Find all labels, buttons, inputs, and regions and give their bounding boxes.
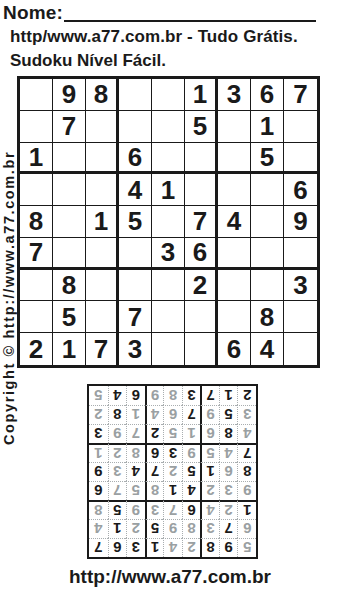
puzzle-empty-cell-r8c1[interactable] [20, 301, 53, 333]
solution-cell-r8c2: 5 [219, 405, 238, 424]
puzzle-empty-cell-r3c3[interactable] [86, 143, 119, 175]
puzzle-given-cell-r4c4: 4 [119, 174, 152, 206]
puzzle-given-cell-r9c7: 6 [218, 333, 251, 365]
solution-cell-r5c9: 9 [89, 462, 108, 481]
puzzle-empty-cell-r8c6[interactable] [185, 301, 218, 333]
puzzle-given-cell-r7c2: 8 [53, 270, 86, 302]
solution-cell-r1c8: 6 [108, 538, 127, 557]
solution-cell-r1c1: 5 [237, 538, 256, 557]
puzzle-empty-cell-r7c5[interactable] [152, 270, 185, 302]
puzzle-given-cell-r5c9: 9 [284, 206, 317, 238]
solution-cell-r1c4: 2 [182, 538, 201, 557]
solution-cell-r8c5: 6 [163, 405, 182, 424]
puzzle-empty-cell-r1c1[interactable] [20, 79, 53, 111]
solution-cell-r2c6: 5 [145, 519, 164, 538]
puzzle-empty-cell-r9c5[interactable] [152, 333, 185, 365]
solution-cell-r6c5: 3 [163, 443, 182, 462]
solution-cell-r9c6: 9 [145, 386, 164, 405]
puzzle-empty-cell-r1c5[interactable] [152, 79, 185, 111]
name-label: Nome: [3, 2, 63, 24]
puzzle-empty-cell-r4c8[interactable] [251, 174, 284, 206]
solution-cell-r7c7: 7 [126, 424, 145, 443]
puzzle-empty-cell-r3c7[interactable] [218, 143, 251, 175]
puzzle-empty-cell-r7c4[interactable] [119, 270, 152, 302]
solution-cell-r2c5: 9 [163, 519, 182, 538]
puzzle-empty-cell-r9c9[interactable] [284, 333, 317, 365]
solution-cell-r6c4: 9 [182, 443, 201, 462]
puzzle-empty-cell-r2c1[interactable] [20, 111, 53, 143]
solution-cell-r7c2: 8 [219, 424, 238, 443]
solution-cell-r9c2: 1 [219, 386, 238, 405]
solution-cell-r9c3: 7 [200, 386, 219, 405]
solution-cell-r4c1: 9 [237, 481, 256, 500]
puzzle-given-cell-r5c3: 1 [86, 206, 119, 238]
solution-cell-r8c8: 8 [108, 405, 127, 424]
puzzle-given-cell-r5c4: 5 [119, 206, 152, 238]
solution-cell-r6c7: 8 [126, 443, 145, 462]
solution-cell-r6c2: 4 [219, 443, 238, 462]
solution-cell-r2c8: 1 [108, 519, 127, 538]
puzzle-empty-cell-r9c6[interactable] [185, 333, 218, 365]
puzzle-given-cell-r3c1: 1 [20, 143, 53, 175]
puzzle-given-cell-r9c1: 2 [20, 333, 53, 365]
name-fill-in-line [64, 1, 316, 22]
solution-cell-r9c4: 3 [182, 386, 201, 405]
puzzle-empty-cell-r5c5[interactable] [152, 206, 185, 238]
puzzle-given-cell-r1c9: 7 [284, 79, 317, 111]
solution-cell-r3c2: 2 [219, 500, 238, 519]
puzzle-empty-cell-r7c1[interactable] [20, 270, 53, 302]
site-title: http/www.a77.com.br - Tudo Grátis. [10, 27, 298, 47]
puzzle-empty-cell-r3c5[interactable] [152, 143, 185, 175]
solution-cell-r7c1: 4 [237, 424, 256, 443]
puzzle-given-cell-r8c8: 8 [251, 301, 284, 333]
solution-cell-r5c2: 6 [219, 462, 238, 481]
solution-cell-r6c8: 2 [108, 443, 127, 462]
puzzle-empty-cell-r2c9[interactable] [284, 111, 317, 143]
solution-cell-r8c7: 1 [126, 405, 145, 424]
puzzle-empty-cell-r6c4[interactable] [119, 238, 152, 270]
puzzle-given-cell-r1c2: 9 [53, 79, 86, 111]
solution-cell-r4c2: 3 [219, 481, 238, 500]
puzzle-given-cell-r2c6: 5 [185, 111, 218, 143]
puzzle-given-cell-r1c8: 6 [251, 79, 284, 111]
solution-cell-r8c3: 9 [200, 405, 219, 424]
solution-cell-r3c1: 1 [237, 500, 256, 519]
solution-cell-r5c6: 7 [145, 462, 164, 481]
puzzle-given-cell-r2c2: 7 [53, 111, 86, 143]
puzzle-empty-cell-r8c7[interactable] [218, 301, 251, 333]
solution-cell-r8c9: 2 [89, 405, 108, 424]
puzzle-empty-cell-r4c1[interactable] [20, 174, 53, 206]
solution-cell-r9c1: 2 [237, 386, 256, 405]
solution-cell-r9c8: 4 [108, 386, 127, 405]
solution-cell-r1c2: 9 [219, 538, 238, 557]
puzzle-given-cell-r7c6: 2 [185, 270, 218, 302]
puzzle-given-cell-r3c8: 5 [251, 143, 284, 175]
puzzle-given-cell-r1c7: 3 [218, 79, 251, 111]
puzzle-empty-cell-r3c2[interactable] [53, 143, 86, 175]
solution-cell-r1c6: 1 [145, 538, 164, 557]
footer-url: http://www.a77.com.br [0, 566, 340, 588]
solution-cell-r5c7: 4 [126, 462, 145, 481]
puzzle-given-cell-r5c7: 4 [218, 206, 251, 238]
puzzle-empty-cell-r7c8[interactable] [251, 270, 284, 302]
puzzle-empty-cell-r2c7[interactable] [218, 111, 251, 143]
solution-cell-r8c4: 7 [182, 405, 201, 424]
solution-cell-r6c3: 5 [200, 443, 219, 462]
puzzle-given-cell-r6c5: 3 [152, 238, 185, 270]
solution-cell-r4c8: 7 [108, 481, 127, 500]
puzzle-given-cell-r2c8: 1 [251, 111, 284, 143]
puzzle-empty-cell-r8c9[interactable] [284, 301, 317, 333]
solution-cell-r7c9: 3 [89, 424, 108, 443]
solution-cell-r1c9: 7 [89, 538, 108, 557]
solution-cell-r1c3: 8 [200, 538, 219, 557]
solution-cell-r6c6: 6 [145, 443, 164, 462]
puzzle-given-cell-r1c3: 8 [86, 79, 119, 111]
solution-cell-r3c5: 7 [163, 500, 182, 519]
puzzle-empty-cell-r6c7[interactable] [218, 238, 251, 270]
solution-cell-r2c2: 7 [219, 519, 238, 538]
solution-cell-r2c7: 2 [126, 519, 145, 538]
solution-cell-r3c3: 4 [200, 500, 219, 519]
puzzle-empty-cell-r5c2[interactable] [53, 206, 86, 238]
puzzle-empty-cell-r4c2[interactable] [53, 174, 86, 206]
sudoku-solution-grid-upside-down: 5982413676738952141246739589324185768615… [87, 384, 258, 559]
solution-cell-r3c8: 5 [108, 500, 127, 519]
puzzle-empty-cell-r8c5[interactable] [152, 301, 185, 333]
copyright-vertical-text: Copyright © http://www.a77.com.br [1, 83, 17, 445]
puzzle-given-cell-r8c4: 7 [119, 301, 152, 333]
solution-cell-r3c4: 6 [182, 500, 201, 519]
puzzle-given-cell-r4c5: 1 [152, 174, 185, 206]
solution-cell-r9c5: 8 [163, 386, 182, 405]
solution-cell-r9c7: 6 [126, 386, 145, 405]
solution-cell-r4c7: 5 [126, 481, 145, 500]
solution-cell-r6c1: 7 [237, 443, 256, 462]
sudoku-puzzle-grid: 981367751165416815749736823578217364 [17, 76, 320, 368]
puzzle-empty-cell-r5c8[interactable] [251, 206, 284, 238]
puzzle-empty-cell-r3c9[interactable] [284, 143, 317, 175]
puzzle-given-cell-r9c8: 4 [251, 333, 284, 365]
puzzle-empty-cell-r4c3[interactable] [86, 174, 119, 206]
solution-cell-r4c4: 4 [182, 481, 201, 500]
puzzle-given-cell-r9c3: 7 [86, 333, 119, 365]
puzzle-given-cell-r5c1: 8 [20, 206, 53, 238]
solution-cell-r7c3: 6 [200, 424, 219, 443]
puzzle-empty-cell-r2c3[interactable] [86, 111, 119, 143]
puzzle-given-cell-r5c6: 7 [185, 206, 218, 238]
solution-cell-r5c1: 8 [237, 462, 256, 481]
solution-cell-r1c7: 3 [126, 538, 145, 557]
puzzle-given-cell-r6c6: 6 [185, 238, 218, 270]
solution-cell-r4c3: 2 [200, 481, 219, 500]
puzzle-given-cell-r9c4: 3 [119, 333, 152, 365]
solution-cell-r7c8: 9 [108, 424, 127, 443]
puzzle-empty-cell-r6c3[interactable] [86, 238, 119, 270]
solution-cell-r5c3: 1 [200, 462, 219, 481]
puzzle-empty-cell-r2c5[interactable] [152, 111, 185, 143]
puzzle-given-cell-r4c9: 6 [284, 174, 317, 206]
solution-cell-r6c9: 1 [89, 443, 108, 462]
puzzle-empty-cell-r7c3[interactable] [86, 270, 119, 302]
solution-cell-r8c1: 3 [237, 405, 256, 424]
puzzle-empty-cell-r8c3[interactable] [86, 301, 119, 333]
puzzle-empty-cell-r3c6[interactable] [185, 143, 218, 175]
puzzle-level-title: Sudoku Nível Fácil. [10, 51, 166, 71]
puzzle-given-cell-r9c2: 1 [53, 333, 86, 365]
solution-cell-r3c7: 9 [126, 500, 145, 519]
solution-cell-r9c9: 5 [89, 386, 108, 405]
puzzle-given-cell-r1c6: 1 [185, 79, 218, 111]
puzzle-empty-cell-r6c9[interactable] [284, 238, 317, 270]
puzzle-given-cell-r7c9: 3 [284, 270, 317, 302]
puzzle-empty-cell-r4c6[interactable] [185, 174, 218, 206]
solution-cell-r5c4: 5 [182, 462, 201, 481]
puzzle-empty-cell-r4c7[interactable] [218, 174, 251, 206]
solution-cell-r4c9: 6 [89, 481, 108, 500]
puzzle-empty-cell-r7c7[interactable] [218, 270, 251, 302]
solution-cell-r5c5: 2 [163, 462, 182, 481]
solution-cell-r4c6: 8 [145, 481, 164, 500]
solution-cell-r8c6: 4 [145, 405, 164, 424]
solution-cell-r3c9: 8 [89, 500, 108, 519]
solution-cell-r7c6: 2 [145, 424, 164, 443]
solution-cell-r2c4: 8 [182, 519, 201, 538]
solution-cell-r7c5: 5 [163, 424, 182, 443]
solution-cell-r2c3: 3 [200, 519, 219, 538]
puzzle-empty-cell-r1c4[interactable] [119, 79, 152, 111]
solution-cell-r1c5: 4 [163, 538, 182, 557]
solution-cell-r4c5: 1 [163, 481, 182, 500]
puzzle-given-cell-r8c2: 5 [53, 301, 86, 333]
solution-cell-r7c4: 1 [182, 424, 201, 443]
puzzle-given-cell-r3c4: 6 [119, 143, 152, 175]
puzzle-empty-cell-r6c8[interactable] [251, 238, 284, 270]
solution-cell-r2c9: 4 [89, 519, 108, 538]
puzzle-given-cell-r6c1: 7 [20, 238, 53, 270]
solution-cell-r2c1: 6 [237, 519, 256, 538]
solution-cell-r5c8: 3 [108, 462, 127, 481]
puzzle-empty-cell-r2c4[interactable] [119, 111, 152, 143]
puzzle-empty-cell-r6c2[interactable] [53, 238, 86, 270]
solution-cell-r3c6: 3 [145, 500, 164, 519]
